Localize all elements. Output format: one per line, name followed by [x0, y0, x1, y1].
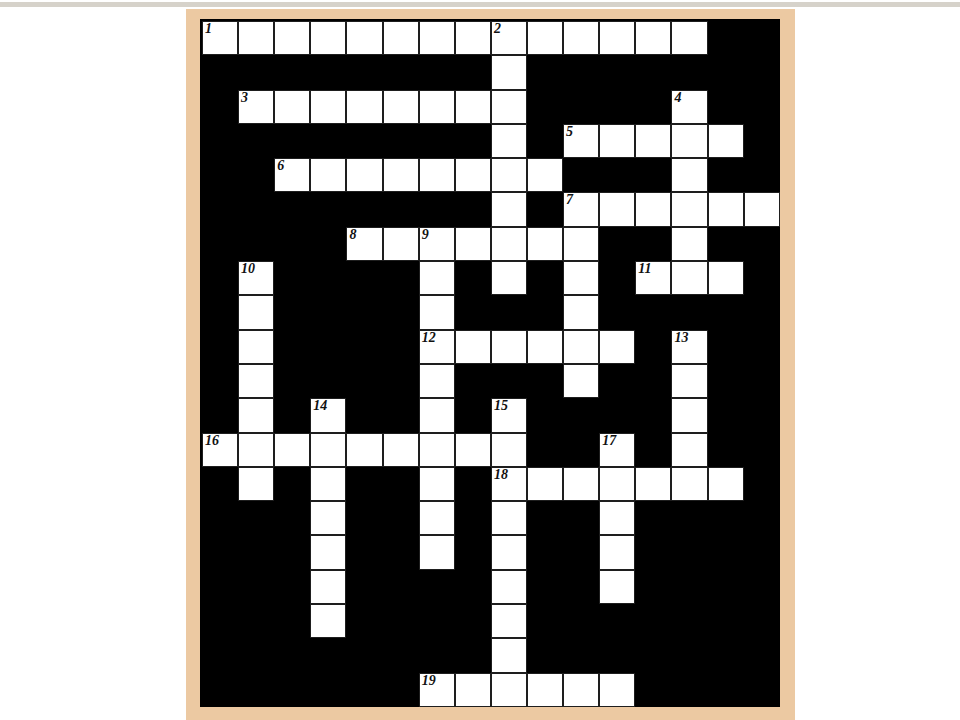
- clue-number-14: 14: [313, 398, 327, 414]
- block-r18c13: [671, 638, 707, 672]
- clue-number-17: 17: [602, 433, 616, 449]
- block-r6c12: [635, 227, 671, 261]
- block-r18c12: [635, 638, 671, 672]
- cell-r10c13[interactable]: [671, 364, 707, 398]
- cell-r0c6[interactable]: [419, 21, 455, 55]
- cell-r2c7[interactable]: [455, 90, 491, 124]
- cell-r0c2[interactable]: [274, 21, 310, 55]
- cell-r19c11[interactable]: [599, 673, 635, 707]
- cell-r5c15[interactable]: [744, 192, 780, 226]
- block-r6c11: [599, 227, 635, 261]
- block-r15c15: [744, 535, 780, 569]
- block-r10c14: [708, 364, 744, 398]
- block-r17c10: [563, 604, 599, 638]
- block-r2c15: [744, 90, 780, 124]
- block-r10c7: [455, 364, 491, 398]
- block-r16c1: [238, 570, 274, 604]
- cell-r4c13[interactable]: [671, 158, 707, 192]
- cell-r2c2[interactable]: [274, 90, 310, 124]
- cell-r12c3[interactable]: [310, 433, 346, 467]
- cell-r10c10[interactable]: [563, 364, 599, 398]
- block-r9c2: [274, 330, 310, 364]
- cell-r2c13[interactable]: 4: [671, 90, 707, 124]
- cell-r11c8[interactable]: 15: [491, 398, 527, 432]
- block-r2c12: [635, 90, 671, 124]
- block-r16c4: [346, 570, 382, 604]
- block-r11c12: [635, 398, 671, 432]
- clue-number-15: 15: [494, 398, 508, 414]
- cell-r6c9[interactable]: [527, 227, 563, 261]
- block-r6c2: [274, 227, 310, 261]
- block-r2c11: [599, 90, 635, 124]
- clue-number-11: 11: [638, 261, 651, 277]
- block-r7c5: [383, 261, 419, 295]
- block-r18c1: [238, 638, 274, 672]
- block-r5c7: [455, 192, 491, 226]
- block-r15c13: [671, 535, 707, 569]
- block-r3c7: [455, 124, 491, 158]
- block-r3c0: [202, 124, 238, 158]
- block-r18c9: [527, 638, 563, 672]
- cell-r12c13[interactable]: [671, 433, 707, 467]
- clue-number-12: 12: [422, 330, 436, 346]
- block-r15c0: [202, 535, 238, 569]
- block-r12c15: [744, 433, 780, 467]
- cell-r19c10[interactable]: [563, 673, 599, 707]
- block-r1c5: [383, 55, 419, 89]
- cell-r13c8[interactable]: 18: [491, 467, 527, 501]
- cell-r15c3[interactable]: [310, 535, 346, 569]
- cell-r1c8[interactable]: [491, 55, 527, 89]
- clue-number-5: 5: [566, 124, 573, 140]
- cell-r13c3[interactable]: [310, 467, 346, 501]
- crossword-frame: 12345678910111213141516171819: [186, 9, 795, 720]
- block-r19c0: [202, 673, 238, 707]
- block-r16c15: [744, 570, 780, 604]
- cell-r14c6[interactable]: [419, 501, 455, 535]
- cell-r3c8[interactable]: [491, 124, 527, 158]
- cell-r14c11[interactable]: [599, 501, 635, 535]
- block-r14c9: [527, 501, 563, 535]
- cell-r9c9[interactable]: [527, 330, 563, 364]
- block-r0c15: [744, 21, 780, 55]
- clue-number-3: 3: [241, 90, 248, 106]
- cell-r5c11[interactable]: [599, 192, 635, 226]
- cell-r19c6[interactable]: 19: [419, 673, 455, 707]
- block-r3c15: [744, 124, 780, 158]
- cell-r13c11[interactable]: [599, 467, 635, 501]
- clue-number-2: 2: [494, 21, 501, 37]
- block-r4c1: [238, 158, 274, 192]
- block-r14c10: [563, 501, 599, 535]
- cell-r5c13[interactable]: [671, 192, 707, 226]
- block-r2c9: [527, 90, 563, 124]
- cell-r14c3[interactable]: [310, 501, 346, 535]
- block-r18c15: [744, 638, 780, 672]
- block-r8c8: [491, 295, 527, 329]
- block-r17c13: [671, 604, 707, 638]
- block-r10c2: [274, 364, 310, 398]
- block-r18c0: [202, 638, 238, 672]
- block-r2c14: [708, 90, 744, 124]
- block-r4c10: [563, 158, 599, 192]
- block-r13c15: [744, 467, 780, 501]
- cell-r13c12[interactable]: [635, 467, 671, 501]
- cell-r3c11[interactable]: [599, 124, 635, 158]
- block-r19c15: [744, 673, 780, 707]
- clue-number-9: 9: [422, 227, 429, 243]
- block-r8c0: [202, 295, 238, 329]
- block-r19c3: [310, 673, 346, 707]
- cell-r7c6[interactable]: [419, 261, 455, 295]
- block-r1c9: [527, 55, 563, 89]
- block-r5c1: [238, 192, 274, 226]
- cell-r12c6[interactable]: [419, 433, 455, 467]
- cell-r9c6[interactable]: 12: [419, 330, 455, 364]
- block-r5c2: [274, 192, 310, 226]
- block-r16c14: [708, 570, 744, 604]
- cell-r12c8[interactable]: [491, 433, 527, 467]
- block-r7c9: [527, 261, 563, 295]
- block-r7c7: [455, 261, 491, 295]
- cell-r13c6[interactable]: [419, 467, 455, 501]
- cell-r12c1[interactable]: [238, 433, 274, 467]
- block-r1c10: [563, 55, 599, 89]
- cell-r17c3[interactable]: [310, 604, 346, 638]
- block-r0c14: [708, 21, 744, 55]
- cell-r0c10[interactable]: [563, 21, 599, 55]
- block-r9c15: [744, 330, 780, 364]
- block-r9c5: [383, 330, 419, 364]
- block-r4c12: [635, 158, 671, 192]
- cell-r4c6[interactable]: [419, 158, 455, 192]
- block-r14c0: [202, 501, 238, 535]
- block-r10c9: [527, 364, 563, 398]
- block-r3c1: [238, 124, 274, 158]
- block-r17c2: [274, 604, 310, 638]
- clue-number-8: 8: [349, 227, 356, 243]
- block-r1c3: [310, 55, 346, 89]
- clue-number-1: 1: [205, 21, 212, 37]
- block-r6c0: [202, 227, 238, 261]
- cell-r7c10[interactable]: [563, 261, 599, 295]
- cell-r9c8[interactable]: [491, 330, 527, 364]
- cell-r13c1[interactable]: [238, 467, 274, 501]
- cell-r5c14[interactable]: [708, 192, 744, 226]
- cell-r6c5[interactable]: [383, 227, 419, 261]
- cell-r12c2[interactable]: [274, 433, 310, 467]
- cell-r8c6[interactable]: [419, 295, 455, 329]
- cell-r6c13[interactable]: [671, 227, 707, 261]
- cell-r0c7[interactable]: [455, 21, 491, 55]
- cell-r13c10[interactable]: [563, 467, 599, 501]
- block-r16c2: [274, 570, 310, 604]
- cell-r12c4[interactable]: [346, 433, 382, 467]
- block-r16c0: [202, 570, 238, 604]
- cell-r0c0[interactable]: 1: [202, 21, 238, 55]
- cell-r5c10[interactable]: 7: [563, 192, 599, 226]
- cell-r4c9[interactable]: [527, 158, 563, 192]
- block-r1c13: [671, 55, 707, 89]
- cell-r3c14[interactable]: [708, 124, 744, 158]
- cell-r11c6[interactable]: [419, 398, 455, 432]
- block-r17c1: [238, 604, 274, 638]
- block-r18c7: [455, 638, 491, 672]
- cell-r0c1[interactable]: [238, 21, 274, 55]
- block-r12c12: [635, 433, 671, 467]
- cell-r19c7[interactable]: [455, 673, 491, 707]
- cell-r6c7[interactable]: [455, 227, 491, 261]
- block-r7c2: [274, 261, 310, 295]
- block-r1c11: [599, 55, 635, 89]
- block-r4c0: [202, 158, 238, 192]
- cell-r13c14[interactable]: [708, 467, 744, 501]
- cell-r6c6[interactable]: 9: [419, 227, 455, 261]
- block-r11c4: [346, 398, 382, 432]
- block-r11c2: [274, 398, 310, 432]
- cell-r9c10[interactable]: [563, 330, 599, 364]
- cell-r8c10[interactable]: [563, 295, 599, 329]
- cell-r9c7[interactable]: [455, 330, 491, 364]
- block-r12c9: [527, 433, 563, 467]
- block-r14c14: [708, 501, 744, 535]
- cell-r7c14[interactable]: [708, 261, 744, 295]
- block-r14c12: [635, 501, 671, 535]
- block-r15c14: [708, 535, 744, 569]
- block-r7c4: [346, 261, 382, 295]
- block-r8c11: [599, 295, 635, 329]
- block-r9c3: [310, 330, 346, 364]
- block-r18c14: [708, 638, 744, 672]
- cell-r13c9[interactable]: [527, 467, 563, 501]
- cell-r0c3[interactable]: [310, 21, 346, 55]
- clue-number-13: 13: [674, 330, 688, 346]
- cell-r10c1[interactable]: [238, 364, 274, 398]
- block-r8c12: [635, 295, 671, 329]
- block-r7c0: [202, 261, 238, 295]
- block-r10c12: [635, 364, 671, 398]
- block-r2c10: [563, 90, 599, 124]
- cell-r6c4[interactable]: 8: [346, 227, 382, 261]
- block-r14c5: [383, 501, 419, 535]
- block-r6c15: [744, 227, 780, 261]
- block-r4c15: [744, 158, 780, 192]
- cell-r17c8[interactable]: [491, 604, 527, 638]
- block-r5c6: [419, 192, 455, 226]
- block-r10c4: [346, 364, 382, 398]
- block-r1c14: [708, 55, 744, 89]
- cell-r5c8[interactable]: [491, 192, 527, 226]
- block-r8c13: [671, 295, 707, 329]
- cell-r3c13[interactable]: [671, 124, 707, 158]
- cell-r6c8[interactable]: [491, 227, 527, 261]
- block-r14c2: [274, 501, 310, 535]
- cell-r16c8[interactable]: [491, 570, 527, 604]
- block-r3c9: [527, 124, 563, 158]
- block-r15c5: [383, 535, 419, 569]
- block-r9c12: [635, 330, 671, 364]
- block-r18c5: [383, 638, 419, 672]
- block-r16c12: [635, 570, 671, 604]
- cell-r15c8[interactable]: [491, 535, 527, 569]
- block-r13c4: [346, 467, 382, 501]
- block-r14c4: [346, 501, 382, 535]
- block-r11c11: [599, 398, 635, 432]
- cell-r4c2[interactable]: 6: [274, 158, 310, 192]
- block-r13c7: [455, 467, 491, 501]
- block-r19c13: [671, 673, 707, 707]
- block-r5c0: [202, 192, 238, 226]
- block-r14c7: [455, 501, 491, 535]
- clue-number-19: 19: [422, 673, 436, 689]
- block-r18c2: [274, 638, 310, 672]
- cell-r16c3[interactable]: [310, 570, 346, 604]
- block-r19c4: [346, 673, 382, 707]
- cell-r0c12[interactable]: [635, 21, 671, 55]
- block-r18c4: [346, 638, 382, 672]
- cell-r3c12[interactable]: [635, 124, 671, 158]
- cell-r15c6[interactable]: [419, 535, 455, 569]
- block-r11c7: [455, 398, 491, 432]
- block-r3c3: [310, 124, 346, 158]
- block-r11c9: [527, 398, 563, 432]
- clue-number-6: 6: [277, 158, 284, 174]
- cell-r9c1[interactable]: [238, 330, 274, 364]
- cell-r11c1[interactable]: [238, 398, 274, 432]
- block-r17c15: [744, 604, 780, 638]
- clue-number-7: 7: [566, 192, 573, 208]
- cell-r6c10[interactable]: [563, 227, 599, 261]
- block-r11c10: [563, 398, 599, 432]
- block-r16c10: [563, 570, 599, 604]
- block-r10c3: [310, 364, 346, 398]
- block-r4c11: [599, 158, 635, 192]
- cell-r2c5[interactable]: [383, 90, 419, 124]
- block-r10c11: [599, 364, 635, 398]
- block-r14c1: [238, 501, 274, 535]
- block-r19c1: [238, 673, 274, 707]
- cell-r4c7[interactable]: [455, 158, 491, 192]
- cell-r0c11[interactable]: [599, 21, 635, 55]
- block-r13c0: [202, 467, 238, 501]
- block-r18c6: [419, 638, 455, 672]
- block-r13c2: [274, 467, 310, 501]
- cell-r8c1[interactable]: [238, 295, 274, 329]
- block-r16c9: [527, 570, 563, 604]
- cell-r12c5[interactable]: [383, 433, 419, 467]
- block-r17c0: [202, 604, 238, 638]
- block-r1c12: [635, 55, 671, 89]
- cell-r12c11[interactable]: 17: [599, 433, 635, 467]
- block-r11c0: [202, 398, 238, 432]
- crossword-grid: 12345678910111213141516171819: [202, 21, 780, 707]
- window-top-strip: [0, 2, 960, 7]
- block-r12c10: [563, 433, 599, 467]
- cell-r4c4[interactable]: [346, 158, 382, 192]
- block-r8c5: [383, 295, 419, 329]
- cell-r0c9[interactable]: [527, 21, 563, 55]
- cell-r5c12[interactable]: [635, 192, 671, 226]
- cell-r2c6[interactable]: [419, 90, 455, 124]
- cell-r2c1[interactable]: 3: [238, 90, 274, 124]
- cell-r15c11[interactable]: [599, 535, 635, 569]
- block-r1c15: [744, 55, 780, 89]
- block-r11c14: [708, 398, 744, 432]
- cell-r2c3[interactable]: [310, 90, 346, 124]
- block-r7c11: [599, 261, 635, 295]
- block-r9c0: [202, 330, 238, 364]
- block-r3c5: [383, 124, 419, 158]
- block-r1c7: [455, 55, 491, 89]
- cell-r2c4[interactable]: [346, 90, 382, 124]
- block-r3c4: [346, 124, 382, 158]
- block-r9c4: [346, 330, 382, 364]
- cell-r7c8[interactable]: [491, 261, 527, 295]
- block-r12c14: [708, 433, 744, 467]
- block-r7c3: [310, 261, 346, 295]
- cell-r19c8[interactable]: [491, 673, 527, 707]
- cell-r0c8[interactable]: 2: [491, 21, 527, 55]
- cell-r2c8[interactable]: [491, 90, 527, 124]
- cell-r7c1[interactable]: 10: [238, 261, 274, 295]
- block-r17c14: [708, 604, 744, 638]
- block-r14c15: [744, 501, 780, 535]
- block-r14c13: [671, 501, 707, 535]
- cell-r9c13[interactable]: 13: [671, 330, 707, 364]
- cell-r19c9[interactable]: [527, 673, 563, 707]
- cell-r12c7[interactable]: [455, 433, 491, 467]
- block-r17c11: [599, 604, 635, 638]
- cell-r7c13[interactable]: [671, 261, 707, 295]
- cell-r12c0[interactable]: 16: [202, 433, 238, 467]
- cell-r9c11[interactable]: [599, 330, 635, 364]
- cell-r7c12[interactable]: 11: [635, 261, 671, 295]
- clue-number-10: 10: [241, 261, 255, 277]
- block-r9c14: [708, 330, 744, 364]
- cell-r11c3[interactable]: 14: [310, 398, 346, 432]
- block-r1c0: [202, 55, 238, 89]
- block-r3c2: [274, 124, 310, 158]
- block-r15c1: [238, 535, 274, 569]
- cell-r13c13[interactable]: [671, 467, 707, 501]
- cell-r10c6[interactable]: [419, 364, 455, 398]
- block-r17c7: [455, 604, 491, 638]
- block-r1c4: [346, 55, 382, 89]
- cell-r3c10[interactable]: 5: [563, 124, 599, 158]
- cell-r0c4[interactable]: [346, 21, 382, 55]
- block-r3c6: [419, 124, 455, 158]
- cell-r0c13[interactable]: [671, 21, 707, 55]
- cell-r4c3[interactable]: [310, 158, 346, 192]
- cell-r0c5[interactable]: [383, 21, 419, 55]
- block-r6c14: [708, 227, 744, 261]
- block-r15c2: [274, 535, 310, 569]
- block-r10c8: [491, 364, 527, 398]
- block-r16c13: [671, 570, 707, 604]
- crossword-board: 12345678910111213141516171819: [200, 19, 780, 707]
- cell-r4c5[interactable]: [383, 158, 419, 192]
- cell-r14c8[interactable]: [491, 501, 527, 535]
- block-r19c12: [635, 673, 671, 707]
- cell-r18c8[interactable]: [491, 638, 527, 672]
- block-r6c3: [310, 227, 346, 261]
- cell-r4c8[interactable]: [491, 158, 527, 192]
- cell-r16c11[interactable]: [599, 570, 635, 604]
- block-r15c12: [635, 535, 671, 569]
- cell-r11c13[interactable]: [671, 398, 707, 432]
- block-r17c12: [635, 604, 671, 638]
- block-r17c6: [419, 604, 455, 638]
